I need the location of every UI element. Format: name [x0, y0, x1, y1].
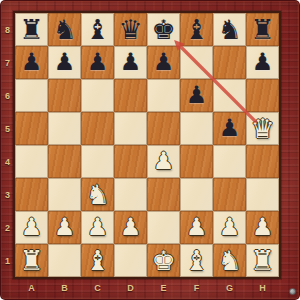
square-b1[interactable] [48, 244, 81, 277]
square-h6[interactable] [246, 79, 279, 112]
square-e5[interactable] [147, 112, 180, 145]
square-h8[interactable]: ♜ [246, 13, 279, 46]
square-a4[interactable] [15, 145, 48, 178]
file-label-c: C [81, 279, 114, 297]
square-h4[interactable] [246, 145, 279, 178]
piece-white-pawn[interactable]: ♟ [81, 211, 114, 244]
square-h7[interactable]: ♟ [246, 46, 279, 79]
square-f7[interactable] [180, 46, 213, 79]
square-b4[interactable] [48, 145, 81, 178]
file-label-e: E [147, 279, 180, 297]
square-f8[interactable]: ♝ [180, 13, 213, 46]
square-d5[interactable] [114, 112, 147, 145]
rank-label-3: 3 [0, 178, 15, 211]
file-label-a: A [15, 279, 48, 297]
piece-black-pawn[interactable]: ♟ [114, 46, 147, 79]
file-label-b: B [48, 279, 81, 297]
square-g8[interactable]: ♞ [213, 13, 246, 46]
square-b8[interactable]: ♞ [48, 13, 81, 46]
piece-white-rook[interactable]: ♜ [246, 244, 279, 277]
square-f6[interactable]: ♟ [180, 79, 213, 112]
piece-black-pawn[interactable]: ♟ [213, 112, 246, 145]
square-c5[interactable] [81, 112, 114, 145]
chess-diagram: ♜♞♝♛♚♝♞♜♟♟♟♟♟♟♟♟♛♟♞♟♟♟♟♟♟♟♜♝♚♝♞♜ 8765432… [0, 0, 300, 300]
corner-screw-decoration [289, 288, 296, 295]
piece-white-pawn[interactable]: ♟ [213, 211, 246, 244]
piece-black-knight[interactable]: ♞ [213, 13, 246, 46]
square-a8[interactable]: ♜ [15, 13, 48, 46]
square-g2[interactable]: ♟ [213, 211, 246, 244]
square-d1[interactable] [114, 244, 147, 277]
square-c7[interactable]: ♟ [81, 46, 114, 79]
rank-label-6: 6 [0, 79, 15, 112]
square-e2[interactable] [147, 211, 180, 244]
square-g1[interactable]: ♞ [213, 244, 246, 277]
square-b7[interactable]: ♟ [48, 46, 81, 79]
square-b3[interactable] [48, 178, 81, 211]
piece-black-pawn[interactable]: ♟ [246, 46, 279, 79]
square-g4[interactable] [213, 145, 246, 178]
piece-white-pawn[interactable]: ♟ [114, 211, 147, 244]
square-g5[interactable]: ♟ [213, 112, 246, 145]
piece-black-pawn[interactable]: ♟ [180, 79, 213, 112]
rank-label-7: 7 [0, 46, 15, 79]
square-e4[interactable]: ♟ [147, 145, 180, 178]
square-e1[interactable]: ♚ [147, 244, 180, 277]
piece-black-rook[interactable]: ♜ [15, 13, 48, 46]
square-g3[interactable] [213, 178, 246, 211]
piece-white-pawn[interactable]: ♟ [180, 211, 213, 244]
piece-white-bishop[interactable]: ♝ [81, 244, 114, 277]
piece-black-pawn[interactable]: ♟ [147, 46, 180, 79]
piece-white-queen[interactable]: ♛ [246, 112, 279, 145]
piece-black-pawn[interactable]: ♟ [15, 46, 48, 79]
piece-black-rook[interactable]: ♜ [246, 13, 279, 46]
square-h1[interactable]: ♜ [246, 244, 279, 277]
piece-white-rook[interactable]: ♜ [15, 244, 48, 277]
piece-black-bishop[interactable]: ♝ [180, 13, 213, 46]
piece-white-pawn[interactable]: ♟ [48, 211, 81, 244]
square-c6[interactable] [81, 79, 114, 112]
piece-white-pawn[interactable]: ♟ [15, 211, 48, 244]
square-b5[interactable] [48, 112, 81, 145]
square-d3[interactable] [114, 178, 147, 211]
rank-label-8: 8 [0, 13, 15, 46]
file-label-f: F [180, 279, 213, 297]
square-d6[interactable] [114, 79, 147, 112]
square-c2[interactable]: ♟ [81, 211, 114, 244]
piece-black-bishop[interactable]: ♝ [81, 13, 114, 46]
piece-black-pawn[interactable]: ♟ [81, 46, 114, 79]
square-g7[interactable] [213, 46, 246, 79]
piece-black-king[interactable]: ♚ [147, 13, 180, 46]
square-f5[interactable] [180, 112, 213, 145]
square-c8[interactable]: ♝ [81, 13, 114, 46]
piece-white-pawn[interactable]: ♟ [147, 145, 180, 178]
square-d7[interactable]: ♟ [114, 46, 147, 79]
square-e7[interactable]: ♟ [147, 46, 180, 79]
square-e6[interactable] [147, 79, 180, 112]
square-a2[interactable]: ♟ [15, 211, 48, 244]
square-b6[interactable] [48, 79, 81, 112]
square-d4[interactable] [114, 145, 147, 178]
square-g6[interactable] [213, 79, 246, 112]
square-f3[interactable] [180, 178, 213, 211]
square-c1[interactable]: ♝ [81, 244, 114, 277]
rank-label-5: 5 [0, 112, 15, 145]
piece-white-pawn[interactable]: ♟ [246, 211, 279, 244]
chess-board: ♜♞♝♛♚♝♞♜♟♟♟♟♟♟♟♟♛♟♞♟♟♟♟♟♟♟♜♝♚♝♞♜ [15, 13, 279, 277]
square-c3[interactable]: ♞ [81, 178, 114, 211]
file-label-h: H [246, 279, 279, 297]
rank-label-2: 2 [0, 211, 15, 244]
square-h3[interactable] [246, 178, 279, 211]
square-d2[interactable]: ♟ [114, 211, 147, 244]
piece-black-pawn[interactable]: ♟ [48, 46, 81, 79]
square-h2[interactable]: ♟ [246, 211, 279, 244]
piece-white-knight[interactable]: ♞ [213, 244, 246, 277]
file-label-g: G [213, 279, 246, 297]
square-a6[interactable] [15, 79, 48, 112]
piece-white-king[interactable]: ♚ [147, 244, 180, 277]
file-label-d: D [114, 279, 147, 297]
square-c4[interactable] [81, 145, 114, 178]
square-h5[interactable]: ♛ [246, 112, 279, 145]
square-e8[interactable]: ♚ [147, 13, 180, 46]
square-a1[interactable]: ♜ [15, 244, 48, 277]
square-b2[interactable]: ♟ [48, 211, 81, 244]
piece-white-bishop[interactable]: ♝ [180, 244, 213, 277]
square-e3[interactable] [147, 178, 180, 211]
square-a7[interactable]: ♟ [15, 46, 48, 79]
square-f4[interactable] [180, 145, 213, 178]
piece-black-knight[interactable]: ♞ [48, 13, 81, 46]
square-f1[interactable]: ♝ [180, 244, 213, 277]
square-f2[interactable]: ♟ [180, 211, 213, 244]
piece-white-knight[interactable]: ♞ [81, 178, 114, 211]
rank-label-4: 4 [0, 145, 15, 178]
square-d8[interactable]: ♛ [114, 13, 147, 46]
piece-black-queen[interactable]: ♛ [114, 13, 147, 46]
square-a3[interactable] [15, 178, 48, 211]
rank-label-1: 1 [0, 244, 15, 277]
square-a5[interactable] [15, 112, 48, 145]
